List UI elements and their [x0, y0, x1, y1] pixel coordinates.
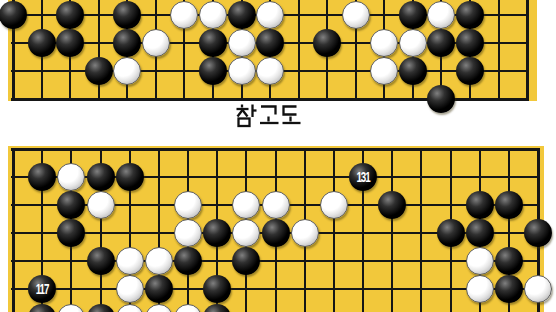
white-stone — [199, 1, 227, 29]
white-stone — [466, 247, 494, 275]
white-stone — [256, 57, 284, 85]
numbered-black-stone: 131 — [349, 163, 377, 191]
white-stone — [87, 191, 115, 219]
black-stone — [85, 57, 113, 85]
white-stone — [399, 29, 427, 57]
caption-chamgodo: 참고도 — [236, 104, 304, 128]
reference-board — [0, 0, 556, 120]
black-stone — [495, 275, 523, 303]
grid-line — [11, 288, 540, 290]
black-stone — [113, 29, 141, 57]
black-stone — [466, 191, 494, 219]
white-stone — [228, 57, 256, 85]
game-board: 131117 — [0, 146, 556, 312]
black-stone — [495, 191, 523, 219]
black-stone — [437, 219, 465, 247]
black-stone — [456, 29, 484, 57]
black-stone — [456, 1, 484, 29]
white-stone — [174, 191, 202, 219]
white-stone — [256, 1, 284, 29]
black-stone — [145, 275, 173, 303]
black-stone — [56, 1, 84, 29]
black-stone — [87, 163, 115, 191]
black-stone — [456, 57, 484, 85]
black-stone — [466, 219, 494, 247]
white-stone — [228, 29, 256, 57]
black-stone — [0, 1, 27, 29]
black-stone — [113, 1, 141, 29]
white-stone — [116, 247, 144, 275]
black-stone — [56, 29, 84, 57]
numbered-black-stone: 117 — [28, 275, 56, 303]
newspaper-go-diagram-page: { "game": "Go (Baduk) - Korean newspaper… — [0, 0, 556, 312]
white-stone — [320, 191, 348, 219]
white-stone — [142, 29, 170, 57]
black-stone — [313, 29, 341, 57]
black-stone — [524, 219, 552, 247]
white-stone — [524, 275, 552, 303]
black-stone — [203, 275, 231, 303]
black-stone — [174, 247, 202, 275]
black-stone — [399, 57, 427, 85]
white-stone — [116, 275, 144, 303]
move-number: 131 — [353, 163, 373, 191]
black-stone — [203, 219, 231, 247]
black-stone — [427, 85, 455, 113]
black-stone — [28, 29, 56, 57]
black-stone — [495, 247, 523, 275]
white-stone — [262, 191, 290, 219]
black-stone — [28, 163, 56, 191]
move-number: 117 — [32, 275, 52, 303]
black-stone — [199, 57, 227, 85]
black-stone — [262, 219, 290, 247]
black-stone — [256, 29, 284, 57]
black-stone — [87, 247, 115, 275]
white-stone — [342, 1, 370, 29]
white-stone — [291, 219, 319, 247]
white-stone — [145, 247, 173, 275]
grid-line — [11, 148, 540, 151]
white-stone — [174, 219, 202, 247]
caption-korean-glyphs — [236, 104, 304, 128]
black-stone — [228, 1, 256, 29]
black-stone — [378, 191, 406, 219]
white-stone — [466, 275, 494, 303]
black-stone — [399, 1, 427, 29]
black-stone — [116, 163, 144, 191]
white-stone — [113, 57, 141, 85]
black-stone — [199, 29, 227, 57]
